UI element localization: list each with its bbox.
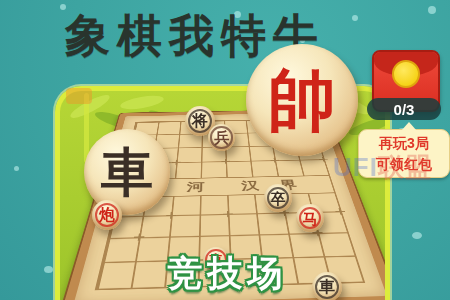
watermark-fragment [66, 88, 92, 104]
bubble-decoration [412, 232, 422, 239]
tooltip-line-1: 再玩3局 [379, 133, 429, 154]
point-marker [166, 212, 176, 219]
point-marker [133, 234, 145, 241]
bubble-decoration [44, 266, 53, 273]
tooltip-arrow-icon [401, 122, 417, 131]
bamboo-leaf-icon [119, 93, 164, 111]
bubble-decoration [14, 166, 19, 171]
piece-red-horse: 马 [296, 204, 324, 232]
tooltip-line-2: 可领红包 [376, 154, 432, 175]
piece-black-soldier: 卒 [264, 184, 292, 212]
point-marker [221, 159, 230, 164]
envelope-tooltip: 再玩3局 可领红包 [358, 129, 450, 178]
piece-red-cannon: 炮 [92, 200, 122, 230]
arena-button[interactable]: 竞技场 [115, 250, 340, 297]
gold-coin-icon [392, 60, 420, 88]
point-marker [270, 158, 279, 163]
point-marker [334, 208, 346, 215]
point-marker [319, 157, 329, 162]
envelope-progress-badge: 0/3 [367, 98, 441, 120]
game-lobby-screen: 象棋我特牛 [0, 0, 450, 300]
piece-red-general-large: 帥 [246, 44, 358, 156]
piece-soldier-bing: 兵 [208, 124, 235, 151]
point-marker [223, 211, 233, 218]
point-marker [172, 160, 181, 165]
bubble-decoration [428, 6, 436, 14]
